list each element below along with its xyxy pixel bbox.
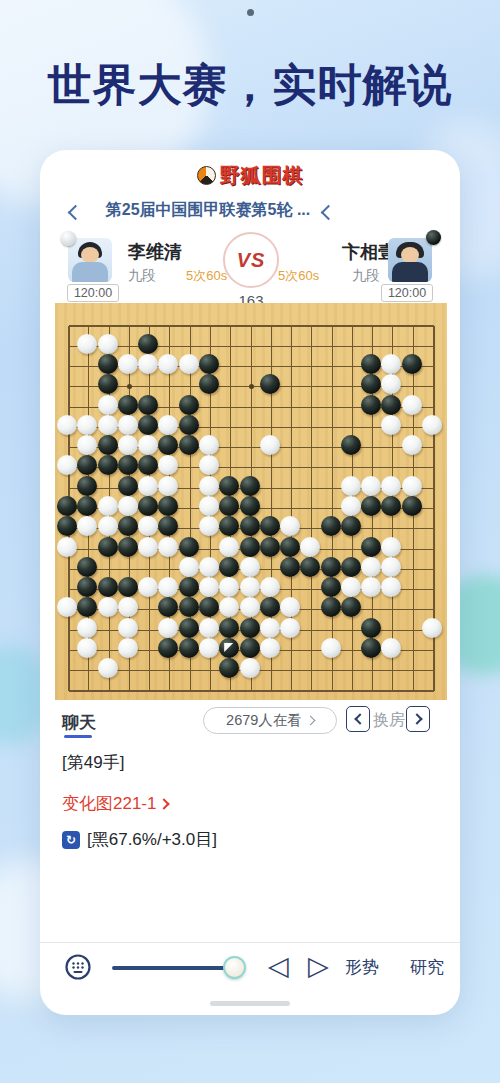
black-stone [77,597,97,617]
white-stone [260,638,280,658]
white-stone [199,577,219,597]
black-stone [219,638,239,658]
chat-message-move: [第49手] [62,751,124,774]
black-stone [158,516,178,536]
white-stone [98,395,118,415]
white-stone [381,537,401,557]
white-stone [199,435,219,455]
black-stone [77,557,97,577]
black-stone [77,496,97,516]
black-stone [158,435,178,455]
left-player-rank: 九段 [128,267,156,285]
white-stone [260,618,280,638]
white-stone [138,476,158,496]
move-slider-handle[interactable] [223,956,246,979]
black-stone [118,577,138,597]
black-stone [98,577,118,597]
white-stone [240,597,260,617]
black-stone [158,597,178,617]
chevron-right-icon [159,798,170,809]
white-stone [138,435,158,455]
situation-button[interactable]: 形势 [345,956,379,979]
black-stone [260,597,280,617]
black-stone [361,354,381,374]
white-stone [57,597,77,617]
black-stone [219,658,239,678]
ai-refresh-icon: ↻ [62,831,80,849]
white-stone [77,516,97,536]
black-stone [361,496,381,516]
viewers-count-pill[interactable]: 2679人在看 [203,707,337,734]
black-stone [240,496,260,516]
white-stone [138,516,158,536]
black-stone [199,597,219,617]
white-stone [280,597,300,617]
emoji-keyboard-icon[interactable] [64,953,92,981]
tab-chat[interactable]: 聊天 [62,711,96,734]
white-stone [98,334,118,354]
white-stone [118,638,138,658]
white-stone [158,354,178,374]
white-stone [158,618,178,638]
black-stone [219,618,239,638]
black-stone [77,476,97,496]
black-stone [402,496,422,516]
black-stone [361,374,381,394]
last-move-marker [224,643,233,652]
prev-move-button[interactable]: ◁ [268,950,289,981]
white-stone [361,557,381,577]
white-stone [118,354,138,374]
white-stone [240,557,260,577]
star-point [249,384,254,389]
right-player-clock: 120:00 [381,284,433,302]
black-stone [402,354,422,374]
white-stone [179,354,199,374]
app-logo-text: 野狐围棋 [220,162,304,189]
chat-message-winrate: ↻ [黑67.6%/+3.0目] [62,828,217,851]
white-stone [158,577,178,597]
black-stone [260,537,280,557]
black-stone [199,354,219,374]
board-grid-line [332,326,333,691]
white-stone [77,435,97,455]
app-card: 野狐围棋 第25届中国围甲联赛第5轮 ... 李维清 九段 5次60s 120:… [40,150,460,1015]
white-stone [341,476,361,496]
white-stone [118,435,138,455]
black-stone [57,496,77,516]
black-stone [98,435,118,455]
black-stone [300,557,320,577]
white-stone [158,415,178,435]
black-stone [219,476,239,496]
toolbar-divider [40,942,460,943]
avatar-right-player[interactable] [388,238,432,282]
white-stone [118,496,138,516]
black-stone [158,638,178,658]
white-stone [422,618,442,638]
black-stone [361,537,381,557]
white-stone [199,496,219,516]
black-stone [280,537,300,557]
white-stone [98,496,118,516]
black-stone-badge [426,230,441,245]
vs-badge: VS [223,232,279,288]
white-stone [77,415,97,435]
black-stone [341,435,361,455]
white-stone [381,577,401,597]
chat-message-variation-link[interactable]: 变化图221-1 [62,792,168,815]
black-stone [57,516,77,536]
white-stone [158,476,178,496]
page-title: 世界大赛，实时解说 [0,56,500,115]
black-stone [118,476,138,496]
black-stone [118,395,138,415]
black-stone [118,537,138,557]
white-stone [77,638,97,658]
white-stone [321,638,341,658]
star-point [127,384,132,389]
black-stone [77,577,97,597]
black-stone [240,476,260,496]
white-stone [341,496,361,516]
black-stone [260,374,280,394]
black-stone [321,577,341,597]
black-stone [240,537,260,557]
black-stone [219,496,239,516]
white-stone [402,476,422,496]
white-stone [199,516,219,536]
black-stone [179,597,199,617]
black-stone [321,557,341,577]
black-stone [138,334,158,354]
black-stone [381,395,401,415]
black-stone [179,435,199,455]
white-stone [260,577,280,597]
white-stone [240,658,260,678]
black-stone [179,395,199,415]
white-stone [280,516,300,536]
black-stone [98,455,118,475]
go-board[interactable] [55,303,447,700]
white-stone [179,557,199,577]
white-stone [381,638,401,658]
black-stone [118,516,138,536]
white-stone [98,415,118,435]
black-stone [98,374,118,394]
black-stone [199,374,219,394]
white-stone [118,597,138,617]
black-stone [98,537,118,557]
white-stone [118,415,138,435]
white-stone [219,577,239,597]
white-stone [381,415,401,435]
white-stone [77,618,97,638]
black-stone [138,395,158,415]
black-stone [179,577,199,597]
research-button[interactable]: 研究 [410,956,444,979]
black-stone [321,597,341,617]
white-stone [300,537,320,557]
black-stone [321,516,341,536]
white-stone [77,334,97,354]
change-room-label: 换房 [373,710,405,731]
back-icon[interactable] [68,205,84,221]
white-stone [57,415,77,435]
white-stone [280,618,300,638]
white-stone [138,537,158,557]
black-stone [219,516,239,536]
black-stone [158,496,178,516]
black-stone [341,516,361,536]
white-stone [381,374,401,394]
black-stone [179,638,199,658]
white-stone [402,395,422,415]
white-stone [341,577,361,597]
white-stone-badge [61,231,76,246]
home-indicator[interactable] [210,1001,290,1006]
chevron-right-icon [411,713,422,724]
viewers-count: 2679人在看 [226,711,302,730]
black-stone [240,638,260,658]
white-stone [381,354,401,374]
black-stone [240,618,260,638]
app-logo: 野狐围棋 [40,162,460,189]
left-player-byoyomi: 5次60s [186,267,227,285]
next-move-button[interactable]: ▷ [308,950,329,981]
black-stone [381,496,401,516]
white-stone [199,557,219,577]
black-stone [341,557,361,577]
black-stone [118,455,138,475]
white-stone [98,658,118,678]
white-stone [219,537,239,557]
left-player-name: 李维清 [128,240,182,264]
white-stone [381,557,401,577]
white-stone [57,455,77,475]
phone-screen: 世界大赛，实时解说 野狐围棋 第25届中国围甲联赛第5轮 ... 李维清 九段 … [0,0,500,1083]
white-stone [57,537,77,557]
white-stone [158,537,178,557]
white-stone [361,476,381,496]
camera-notch [247,9,254,16]
white-stone [199,476,219,496]
black-stone [138,415,158,435]
black-stone [179,537,199,557]
black-stone [361,638,381,658]
black-stone [260,516,280,536]
black-stone [138,455,158,475]
match-title[interactable]: 第25届中国围甲联赛第5轮 ... [88,200,328,221]
black-stone [240,516,260,536]
black-stone [179,415,199,435]
right-player-rank: 九段 [352,267,380,285]
white-stone [199,455,219,475]
black-stone [179,618,199,638]
white-stone [402,435,422,455]
white-stone [98,516,118,536]
chevron-right-icon [305,716,315,726]
prev-room-button[interactable] [346,706,370,732]
white-stone [138,354,158,374]
white-stone [219,597,239,617]
white-stone [199,618,219,638]
white-stone [422,415,442,435]
fox-go-logo-icon [197,166,216,185]
right-player-byoyomi: 5次60s [278,267,319,285]
white-stone [118,618,138,638]
black-stone [280,557,300,577]
white-stone [240,577,260,597]
black-stone [98,354,118,374]
white-stone [381,476,401,496]
left-player-clock: 120:00 [67,284,119,302]
board-grid-line [311,326,312,691]
white-stone [98,597,118,617]
black-stone [361,618,381,638]
white-stone [138,577,158,597]
white-stone [361,577,381,597]
white-stone [199,638,219,658]
black-stone [361,395,381,415]
chat-tab-underline [64,735,92,738]
avatar-left-player[interactable] [68,238,112,282]
white-stone [158,455,178,475]
black-stone [341,597,361,617]
black-stone [219,557,239,577]
board-grid-line [69,690,434,692]
chevron-left-icon [354,713,365,724]
black-stone [77,455,97,475]
black-stone [138,496,158,516]
next-room-button[interactable] [406,706,430,732]
white-stone [260,435,280,455]
